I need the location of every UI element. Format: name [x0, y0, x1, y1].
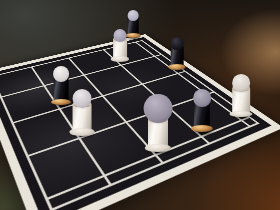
teeko-board[interactable]: [0, 34, 280, 210]
peg-felt-tip: [144, 94, 173, 123]
peg-base-flare: [229, 111, 252, 118]
peg-felt-tip: [128, 10, 139, 21]
peg-black-e3[interactable]: [165, 28, 189, 71]
peg-felt-tip: [193, 89, 211, 107]
peg-base-flare: [145, 144, 171, 152]
peg-felt-tip: [73, 89, 92, 108]
peg-white-b4[interactable]: [67, 80, 98, 137]
board-grid[interactable]: [0, 40, 259, 210]
peg-felt-tip: [171, 37, 184, 50]
peg-white-c5[interactable]: [142, 93, 175, 153]
peg-felt-tip: [113, 29, 126, 42]
table-scene: [0, 0, 280, 210]
peg-white-d2[interactable]: [109, 21, 132, 63]
peg-base-flare: [70, 128, 95, 135]
peg-black-d5[interactable]: [187, 78, 217, 134]
peg-white-e5[interactable]: [227, 65, 256, 118]
peg-felt-tip: [232, 74, 250, 92]
